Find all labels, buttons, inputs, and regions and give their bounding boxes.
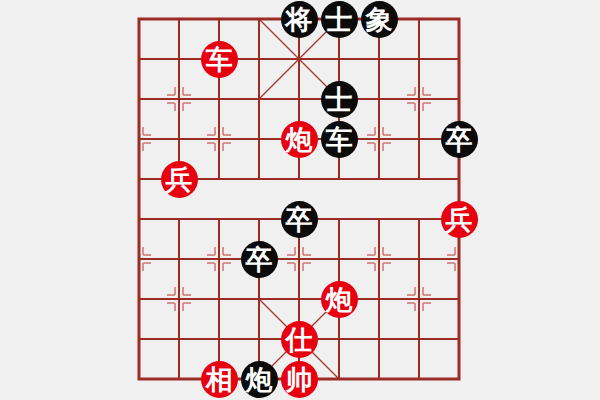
pieces-layer: 将士象车士炮车卒兵卒兵卒炮仕相炮帅 bbox=[0, 0, 600, 400]
piece-black-soldier[interactable]: 卒 bbox=[281, 201, 318, 238]
piece-red-king[interactable]: 帅 bbox=[281, 361, 318, 398]
piece-red-cannon[interactable]: 炮 bbox=[321, 281, 358, 318]
piece-black-advisor[interactable]: 士 bbox=[321, 1, 358, 38]
piece-red-soldier[interactable]: 兵 bbox=[161, 161, 198, 198]
piece-black-chariot[interactable]: 车 bbox=[321, 121, 358, 158]
piece-black-soldier[interactable]: 卒 bbox=[241, 241, 278, 278]
piece-black-soldier[interactable]: 卒 bbox=[441, 121, 478, 158]
xiangqi-board: 将士象车士炮车卒兵卒兵卒炮仕相炮帅 bbox=[0, 0, 600, 400]
piece-black-elephant[interactable]: 象 bbox=[361, 1, 398, 38]
piece-black-king[interactable]: 将 bbox=[281, 1, 318, 38]
piece-red-soldier[interactable]: 兵 bbox=[441, 201, 478, 238]
piece-red-elephant[interactable]: 相 bbox=[201, 361, 238, 398]
piece-black-advisor[interactable]: 士 bbox=[321, 81, 358, 118]
piece-red-chariot[interactable]: 车 bbox=[201, 41, 238, 78]
piece-red-advisor[interactable]: 仕 bbox=[281, 321, 318, 358]
piece-red-cannon[interactable]: 炮 bbox=[281, 121, 318, 158]
piece-black-cannon[interactable]: 炮 bbox=[241, 361, 278, 398]
screenshot-root: 将士象车士炮车卒兵卒兵卒炮仕相炮帅 bbox=[0, 0, 600, 400]
